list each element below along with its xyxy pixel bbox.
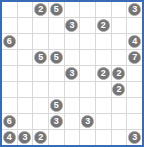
cell-r7-c5[interactable] bbox=[65, 98, 80, 113]
cell-r1-c4: 5 bbox=[49, 2, 64, 17]
cell-r6-c4[interactable] bbox=[49, 82, 64, 97]
cell-r3-c2[interactable] bbox=[18, 34, 33, 49]
cell-r1-c5[interactable] bbox=[65, 2, 80, 17]
cell-r9-c2: 3 bbox=[18, 130, 33, 145]
clue-circle: 2 bbox=[34, 3, 47, 16]
cell-r3-c6[interactable] bbox=[80, 34, 95, 49]
cell-r6-c7[interactable] bbox=[96, 82, 111, 97]
cell-r3-c5[interactable] bbox=[65, 34, 80, 49]
cell-r6-c5[interactable] bbox=[65, 82, 80, 97]
cell-r3-c9: 4 bbox=[127, 34, 142, 49]
cell-r5-c6[interactable] bbox=[80, 66, 95, 81]
cell-r7-c2[interactable] bbox=[18, 98, 33, 113]
cell-r5-c7: 2 bbox=[96, 66, 111, 81]
cell-r1-c6[interactable] bbox=[80, 2, 95, 17]
clue-circle: 2 bbox=[112, 67, 125, 80]
cell-r8-c3[interactable] bbox=[33, 114, 48, 129]
cell-r9-c1: 4 bbox=[2, 130, 17, 145]
clue-circle: 2 bbox=[34, 131, 47, 144]
cell-r9-c6[interactable] bbox=[80, 130, 95, 145]
cell-r3-c8[interactable] bbox=[112, 34, 127, 49]
clue-circle: 5 bbox=[50, 99, 63, 112]
clue-circle: 2 bbox=[97, 19, 110, 32]
cell-r9-c9: 3 bbox=[127, 130, 142, 145]
cell-r3-c1: 6 bbox=[2, 34, 17, 49]
cell-r6-c9[interactable] bbox=[127, 82, 142, 97]
clue-circle: 3 bbox=[65, 19, 78, 32]
cell-r9-c5[interactable] bbox=[65, 130, 80, 145]
cell-r7-c9[interactable] bbox=[127, 98, 142, 113]
cell-r6-c3[interactable] bbox=[33, 82, 48, 97]
cell-r7-c7[interactable] bbox=[96, 98, 111, 113]
cell-r7-c4: 5 bbox=[49, 98, 64, 113]
clue-circle: 5 bbox=[50, 3, 63, 16]
cell-r5-c4[interactable] bbox=[49, 66, 64, 81]
cell-r5-c2[interactable] bbox=[18, 66, 33, 81]
cell-r1-c8[interactable] bbox=[112, 2, 127, 17]
cell-r5-c1[interactable] bbox=[2, 66, 17, 81]
cell-r6-c2[interactable] bbox=[18, 82, 33, 97]
clue-circle: 7 bbox=[128, 51, 141, 64]
cell-r2-c2[interactable] bbox=[18, 18, 33, 33]
cell-r8-c4: 3 bbox=[49, 114, 64, 129]
clue-circle: 3 bbox=[81, 115, 94, 128]
cell-r1-c3: 2 bbox=[33, 2, 48, 17]
cell-r1-c9: 3 bbox=[127, 2, 142, 17]
cell-r9-c8[interactable] bbox=[112, 130, 127, 145]
cell-r4-c8[interactable] bbox=[112, 50, 127, 65]
cell-r4-c3: 5 bbox=[33, 50, 48, 65]
cell-r4-c6[interactable] bbox=[80, 50, 95, 65]
cell-r3-c4[interactable] bbox=[49, 34, 64, 49]
cell-r9-c7[interactable] bbox=[96, 130, 111, 145]
cell-r9-c3: 2 bbox=[33, 130, 48, 145]
cell-r8-c2[interactable] bbox=[18, 114, 33, 129]
cell-r2-c3[interactable] bbox=[33, 18, 48, 33]
clue-circle: 3 bbox=[65, 67, 78, 80]
cell-r8-c9[interactable] bbox=[127, 114, 142, 129]
cell-r8-c8[interactable] bbox=[112, 114, 127, 129]
clue-circle: 3 bbox=[128, 3, 141, 16]
cell-r3-c7[interactable] bbox=[96, 34, 111, 49]
cell-r2-c9[interactable] bbox=[127, 18, 142, 33]
puzzle-board: 2533264557322256334323 bbox=[0, 0, 144, 147]
clue-circle: 5 bbox=[34, 51, 47, 64]
cell-r1-c7[interactable] bbox=[96, 2, 111, 17]
clue-circle: 3 bbox=[128, 131, 141, 144]
cell-r5-c9[interactable] bbox=[127, 66, 142, 81]
cell-r1-c1[interactable] bbox=[2, 2, 17, 17]
cell-r2-c1[interactable] bbox=[2, 18, 17, 33]
cell-r5-c5: 3 bbox=[65, 66, 80, 81]
clue-circle: 2 bbox=[112, 83, 125, 96]
cell-r8-c6: 3 bbox=[80, 114, 95, 129]
clue-circle: 3 bbox=[18, 131, 31, 144]
cell-r4-c7[interactable] bbox=[96, 50, 111, 65]
clue-circle: 4 bbox=[3, 131, 16, 144]
cell-r7-c8[interactable] bbox=[112, 98, 127, 113]
cell-r7-c1[interactable] bbox=[2, 98, 17, 113]
cell-r2-c5: 3 bbox=[65, 18, 80, 33]
cell-r4-c5[interactable] bbox=[65, 50, 80, 65]
cell-r5-c8: 2 bbox=[112, 66, 127, 81]
cell-r6-c8: 2 bbox=[112, 82, 127, 97]
cell-r7-c3[interactable] bbox=[33, 98, 48, 113]
cell-r6-c1[interactable] bbox=[2, 82, 17, 97]
cell-r2-c4[interactable] bbox=[49, 18, 64, 33]
cell-r3-c3[interactable] bbox=[33, 34, 48, 49]
cell-r9-c4[interactable] bbox=[49, 130, 64, 145]
clue-circle: 3 bbox=[50, 115, 63, 128]
clue-circle: 4 bbox=[128, 35, 141, 48]
cell-r6-c6[interactable] bbox=[80, 82, 95, 97]
cell-r4-c9: 7 bbox=[127, 50, 142, 65]
cell-r2-c8[interactable] bbox=[112, 18, 127, 33]
cell-r4-c4: 5 bbox=[49, 50, 64, 65]
cell-r2-c7: 2 bbox=[96, 18, 111, 33]
clue-circle: 6 bbox=[3, 115, 16, 128]
cell-r8-c7[interactable] bbox=[96, 114, 111, 129]
cell-r1-c2[interactable] bbox=[18, 2, 33, 17]
cell-r8-c5[interactable] bbox=[65, 114, 80, 129]
cell-r7-c6[interactable] bbox=[80, 98, 95, 113]
clue-circle: 2 bbox=[97, 67, 110, 80]
cell-r8-c1: 6 bbox=[2, 114, 17, 129]
clue-circle: 5 bbox=[50, 51, 63, 64]
cell-r5-c3[interactable] bbox=[33, 66, 48, 81]
cell-r4-c2[interactable] bbox=[18, 50, 33, 65]
clue-circle: 6 bbox=[3, 35, 16, 48]
cell-r4-c1[interactable] bbox=[2, 50, 17, 65]
cell-r2-c6[interactable] bbox=[80, 18, 95, 33]
